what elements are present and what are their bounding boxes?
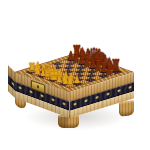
- piece-black-knight-g8: ♞: [105, 56, 115, 72]
- piece-black-bishop-c8: ♝: [83, 47, 94, 64]
- piece-black-pawn-a7: ♟: [67, 50, 75, 62]
- piece-black-pawn-b7: ♟: [73, 52, 81, 64]
- piece-white-pawn-d2: ♟: [52, 67, 58, 77]
- piece-white-pawn-e2: ♟: [57, 69, 63, 79]
- piece-white-rook-a1: ♜: [28, 61, 36, 74]
- piece-black-pawn-h7: ♟: [106, 64, 114, 76]
- piece-white-pawn-f2: ♟: [63, 71, 69, 81]
- piece-white-pawn-g2: ♟: [68, 73, 74, 83]
- piece-white-bishop-f1: ♝: [55, 70, 64, 84]
- piece-black-knight-b8: ♞: [78, 46, 88, 62]
- piece-black-pawn-e7: ♟: [89, 58, 97, 70]
- piece-black-pawn-d7: ♟: [84, 56, 92, 68]
- piece-white-rook-h1: ♜: [66, 75, 74, 88]
- piece-white-pawn-a2: ♟: [35, 61, 41, 71]
- piece-white-pawn-h2: ♟: [74, 75, 80, 85]
- piece-black-pawn-c7: ♟: [78, 54, 86, 66]
- pieces-layer: ♜♞♝♛♚♝♞♜♟♟♟♟♟♟♟♟♟♟♟♟♟♟♟♟♜♞♝♛♚♝♞♜: [0, 0, 150, 150]
- piece-black-pawn-f7: ♟: [95, 60, 103, 72]
- piece-white-pawn-b2: ♟: [41, 63, 47, 73]
- piece-white-bishop-c1: ♝: [38, 64, 47, 78]
- piece-white-queen-d1: ♛: [43, 63, 54, 80]
- piece-black-rook-h8: ♜: [111, 58, 121, 74]
- piece-black-pawn-g7: ♟: [100, 62, 108, 74]
- piece-white-knight-g1: ♞: [61, 73, 69, 86]
- piece-white-king-e1: ♚: [48, 65, 60, 83]
- piece-white-pawn-c2: ♟: [46, 65, 52, 75]
- piece-black-rook-a8: ♜: [72, 44, 82, 60]
- chess-set-photo: ♜♞♝♛♚♝♞♜♟♟♟♟♟♟♟♟♟♟♟♟♟♟♟♟♜♞♝♛♚♝♞♜: [0, 0, 150, 150]
- piece-black-bishop-f8: ♝: [99, 53, 110, 70]
- piece-black-queen-d8: ♛: [87, 46, 101, 67]
- piece-black-king-e8: ♚: [92, 47, 106, 69]
- piece-white-knight-b1: ♞: [33, 63, 41, 76]
